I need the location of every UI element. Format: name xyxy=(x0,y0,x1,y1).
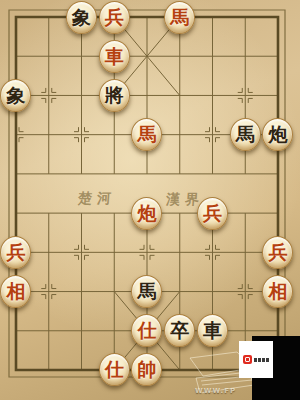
piece-glyph: 兵 xyxy=(6,243,25,262)
red-cannon[interactable]: 炮 xyxy=(131,197,162,230)
piece-glyph: 將 xyxy=(105,86,124,105)
piece-glyph: 馬 xyxy=(137,282,156,301)
piece-glyph: 馬 xyxy=(170,8,189,27)
black-horse[interactable]: 馬 xyxy=(230,118,261,151)
piece-glyph: 兵 xyxy=(105,8,124,27)
red-soldier[interactable]: 兵 xyxy=(197,197,228,230)
piece-glyph: 仕 xyxy=(105,360,124,379)
red-horse[interactable]: 馬 xyxy=(131,118,162,151)
red-elephant[interactable]: 相 xyxy=(0,275,31,308)
red-elephant[interactable]: 相 xyxy=(262,275,293,308)
piece-glyph: 車 xyxy=(203,321,222,340)
piece-glyph: 車 xyxy=(105,47,124,66)
piece-glyph: 相 xyxy=(268,282,287,301)
red-horse[interactable]: 馬 xyxy=(164,1,195,34)
red-soldier[interactable]: 兵 xyxy=(262,236,293,269)
black-soldier[interactable]: 卒 xyxy=(164,314,195,347)
black-elephant[interactable]: 象 xyxy=(66,1,97,34)
piece-glyph: 馬 xyxy=(137,125,156,144)
piece-glyph: 相 xyxy=(6,282,25,301)
watermark-logo-card xyxy=(239,341,273,378)
piece-glyph: 帥 xyxy=(137,360,156,379)
xiangqi-board: 楚河 漢界 象兵馬車象將馬馬炮炮兵兵兵相馬相仕卒車仕帥 WWW.FP xyxy=(0,0,300,400)
piece-glyph: 炮 xyxy=(137,204,156,223)
black-general[interactable]: 將 xyxy=(99,79,130,112)
red-soldier[interactable]: 兵 xyxy=(99,1,130,34)
black-horse[interactable]: 馬 xyxy=(131,275,162,308)
piece-glyph: 象 xyxy=(72,8,91,27)
piece-glyph: 兵 xyxy=(268,243,287,262)
piece-glyph: 仕 xyxy=(137,321,156,340)
piece-glyph: 卒 xyxy=(170,321,189,340)
red-advisor[interactable]: 仕 xyxy=(131,314,162,347)
piece-glyph: 象 xyxy=(6,86,25,105)
black-chariot[interactable]: 車 xyxy=(197,314,228,347)
watermark-logo-icon xyxy=(243,355,252,364)
red-chariot[interactable]: 車 xyxy=(99,40,130,73)
piece-glyph: 馬 xyxy=(236,125,255,144)
red-general[interactable]: 帥 xyxy=(131,353,162,386)
board-intersections[interactable]: 象兵馬車象將馬馬炮炮兵兵兵相馬相仕卒車仕帥 xyxy=(0,0,294,390)
black-elephant[interactable]: 象 xyxy=(0,79,31,112)
piece-glyph: 兵 xyxy=(203,204,222,223)
piece-glyph: 炮 xyxy=(268,125,287,144)
red-soldier[interactable]: 兵 xyxy=(0,236,31,269)
watermark-logo-text xyxy=(254,358,269,362)
red-advisor[interactable]: 仕 xyxy=(99,353,130,386)
black-cannon[interactable]: 炮 xyxy=(262,118,293,151)
